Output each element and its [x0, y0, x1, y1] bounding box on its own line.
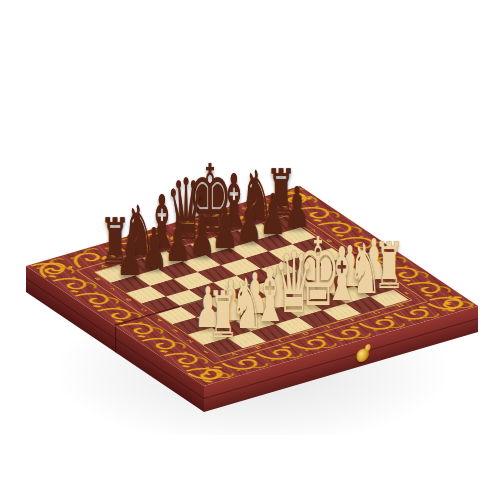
piece-dark-pawn-a7[interactable]: ♟: [117, 228, 144, 284]
fold-notch: [115, 326, 116, 353]
piece-dark-pawn-e7[interactable]: ♟: [212, 200, 239, 256]
piece-dark-pawn-c7[interactable]: ♟: [164, 214, 191, 270]
piece-light-rook-a1[interactable]: ♜: [208, 283, 238, 347]
piece-dark-pawn-d7[interactable]: ♟: [188, 207, 215, 263]
piece-dark-pawn-f7[interactable]: ♟: [236, 193, 263, 249]
latch-icon: [357, 347, 369, 364]
chess-set-photo: AABBCCDDEEFFGGHH8877665544332211 ♜♞♝♛♚♝♞…: [0, 0, 500, 500]
piece-dark-pawn-b7[interactable]: ♟: [141, 221, 168, 277]
